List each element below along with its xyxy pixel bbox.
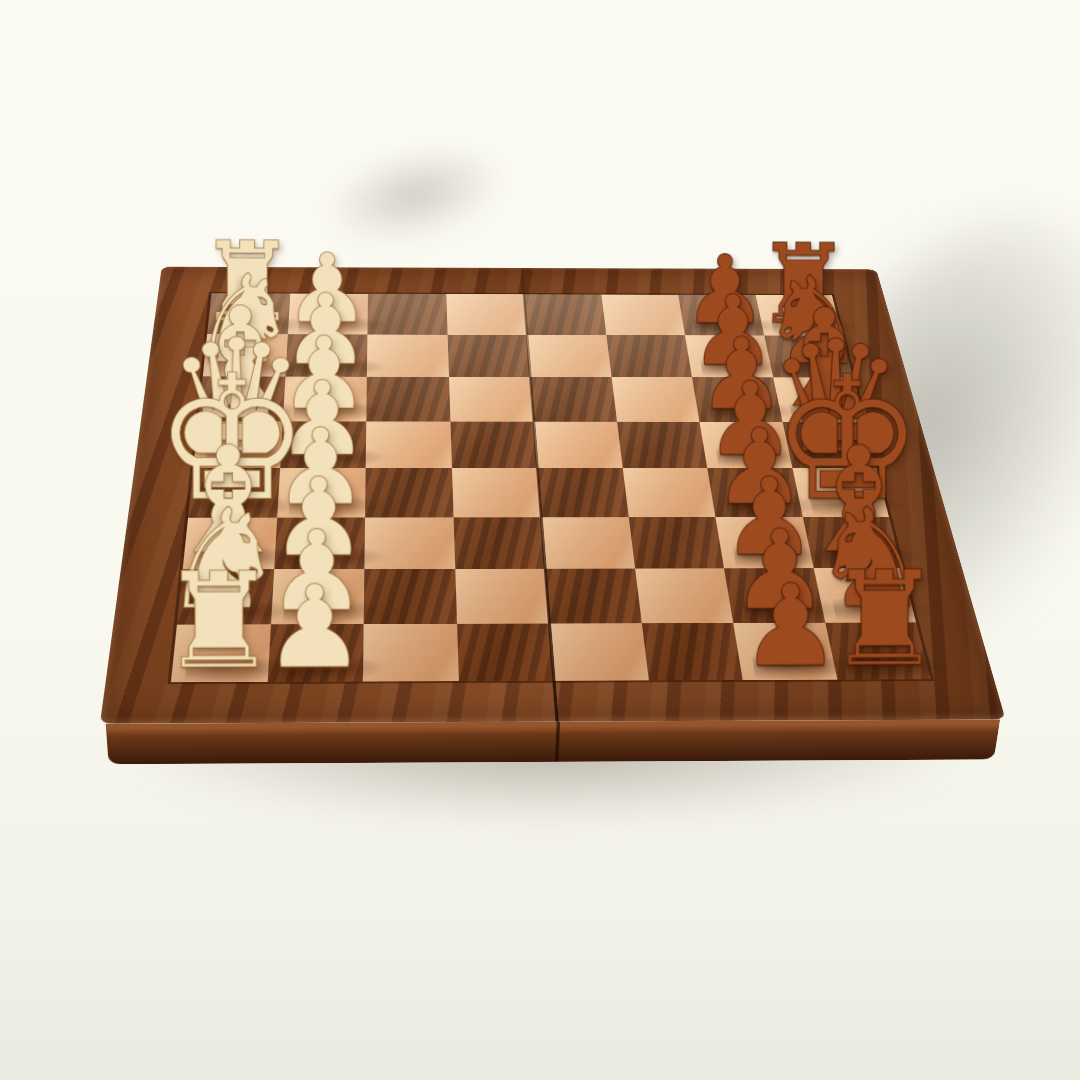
- square-b6[interactable]: [606, 335, 692, 377]
- chess-board: ♜♟♟♜♞♟♟♞♝♟♟♝♛♟♟♛♚♟♟♚♝♟♟♝♞♟♟♞♜♟♟♜: [100, 267, 1006, 724]
- square-e6[interactable]: [622, 468, 715, 517]
- square-h5[interactable]: [549, 623, 648, 681]
- piece-black-pawn-h7[interactable]: ♟: [733, 622, 837, 680]
- white-rook-icon: ♜: [159, 554, 278, 687]
- square-a5[interactable]: [524, 294, 606, 335]
- square-h4[interactable]: [457, 623, 554, 681]
- square-g4[interactable]: [455, 569, 549, 624]
- square-d5[interactable]: [533, 421, 622, 468]
- box-front-side: [106, 720, 1000, 765]
- square-b4[interactable]: [447, 334, 530, 377]
- square-g6[interactable]: [635, 568, 734, 623]
- square-g5[interactable]: [545, 569, 641, 624]
- square-g3[interactable]: [364, 569, 457, 624]
- white-pawn-icon: ♟: [264, 570, 367, 684]
- piece-white-pawn-h2[interactable]: ♟: [267, 624, 364, 682]
- black-rook-icon: ♜: [827, 553, 943, 684]
- square-e4[interactable]: [451, 468, 540, 517]
- square-e5[interactable]: [537, 468, 628, 517]
- square-h6[interactable]: [641, 623, 743, 681]
- square-b5[interactable]: [527, 335, 611, 377]
- piece-black-rook-h8[interactable]: ♜: [825, 622, 931, 679]
- photo-scene: ♜♟♟♜♞♟♟♞♝♟♟♝♛♟♟♛♚♟♟♚♝♟♟♝♞♟♟♞♜♟♟♜: [0, 0, 1080, 1080]
- piece-white-rook-h1[interactable]: ♜: [171, 624, 271, 682]
- square-a4[interactable]: [446, 294, 527, 335]
- square-d4[interactable]: [450, 421, 537, 468]
